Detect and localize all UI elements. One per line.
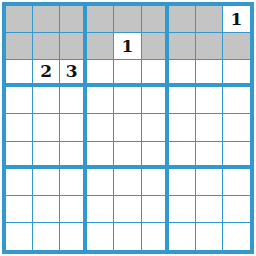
- cell-r2c6[interactable]: [142, 33, 169, 60]
- given-digit: 3: [66, 63, 78, 80]
- cell-r9c5[interactable]: [114, 223, 141, 250]
- cell-r7c4[interactable]: [87, 169, 114, 196]
- cell-r7c6[interactable]: [142, 169, 169, 196]
- cell-r7c8[interactable]: [196, 169, 223, 196]
- cell-r6c6[interactable]: [142, 142, 169, 169]
- cell-r9c1[interactable]: [6, 223, 33, 250]
- cell-r2c3[interactable]: [60, 33, 87, 60]
- cell-r3c1[interactable]: [6, 60, 33, 87]
- cell-r7c2[interactable]: [33, 169, 60, 196]
- cell-r7c5[interactable]: [114, 169, 141, 196]
- cell-r3c9[interactable]: [223, 60, 250, 87]
- cell-r6c7[interactable]: [169, 142, 196, 169]
- cell-r8c2[interactable]: [33, 196, 60, 223]
- cell-r6c5[interactable]: [114, 142, 141, 169]
- cell-r4c8[interactable]: [196, 87, 223, 114]
- cell-r3c4[interactable]: [87, 60, 114, 87]
- sudoku-board: 1123: [2, 2, 254, 254]
- cell-r9c2[interactable]: [33, 223, 60, 250]
- cell-r3c7[interactable]: [169, 60, 196, 87]
- cell-r2c8[interactable]: [196, 33, 223, 60]
- given-digit: 2: [40, 63, 52, 80]
- cell-r7c1[interactable]: [6, 169, 33, 196]
- cell-r5c1[interactable]: [6, 114, 33, 141]
- given-digit: 1: [122, 38, 134, 55]
- cell-r2c9[interactable]: [223, 33, 250, 60]
- cell-r5c6[interactable]: [142, 114, 169, 141]
- cell-r1c7[interactable]: [169, 6, 196, 33]
- cell-r5c5[interactable]: [114, 114, 141, 141]
- cell-r2c1[interactable]: [6, 33, 33, 60]
- cell-r5c9[interactable]: [223, 114, 250, 141]
- given-digit: 1: [231, 11, 243, 28]
- cell-r8c1[interactable]: [6, 196, 33, 223]
- cell-r8c6[interactable]: [142, 196, 169, 223]
- cell-r7c7[interactable]: [169, 169, 196, 196]
- cell-r5c4[interactable]: [87, 114, 114, 141]
- cell-r4c4[interactable]: [87, 87, 114, 114]
- cell-r1c1[interactable]: [6, 6, 33, 33]
- cell-r9c3[interactable]: [60, 223, 87, 250]
- cell-r8c8[interactable]: [196, 196, 223, 223]
- cell-r8c5[interactable]: [114, 196, 141, 223]
- cell-r9c8[interactable]: [196, 223, 223, 250]
- cell-r3c8[interactable]: [196, 60, 223, 87]
- cell-r3c3[interactable]: 3: [60, 60, 87, 87]
- cell-r7c9[interactable]: [223, 169, 250, 196]
- cell-r1c6[interactable]: [142, 6, 169, 33]
- cell-r1c3[interactable]: [60, 6, 87, 33]
- cell-r2c5[interactable]: 1: [114, 33, 141, 60]
- cell-r6c2[interactable]: [33, 142, 60, 169]
- cell-r6c9[interactable]: [223, 142, 250, 169]
- cell-r8c3[interactable]: [60, 196, 87, 223]
- cell-r8c9[interactable]: [223, 196, 250, 223]
- cell-r2c2[interactable]: [33, 33, 60, 60]
- cell-r1c5[interactable]: [114, 6, 141, 33]
- cell-r6c8[interactable]: [196, 142, 223, 169]
- cell-r9c6[interactable]: [142, 223, 169, 250]
- cell-r5c2[interactable]: [33, 114, 60, 141]
- cell-r8c4[interactable]: [87, 196, 114, 223]
- cell-r7c3[interactable]: [60, 169, 87, 196]
- cell-r9c9[interactable]: [223, 223, 250, 250]
- cell-r1c9[interactable]: 1: [223, 6, 250, 33]
- cell-r4c9[interactable]: [223, 87, 250, 114]
- cell-r4c6[interactable]: [142, 87, 169, 114]
- cell-r6c3[interactable]: [60, 142, 87, 169]
- cell-r4c5[interactable]: [114, 87, 141, 114]
- cell-r2c7[interactable]: [169, 33, 196, 60]
- cell-r3c2[interactable]: 2: [33, 60, 60, 87]
- cell-r4c1[interactable]: [6, 87, 33, 114]
- cell-r3c6[interactable]: [142, 60, 169, 87]
- cell-r5c3[interactable]: [60, 114, 87, 141]
- cell-r9c4[interactable]: [87, 223, 114, 250]
- cell-r3c5[interactable]: [114, 60, 141, 87]
- cell-r6c1[interactable]: [6, 142, 33, 169]
- cell-r5c8[interactable]: [196, 114, 223, 141]
- cell-r1c2[interactable]: [33, 6, 60, 33]
- cell-r2c4[interactable]: [87, 33, 114, 60]
- cell-r4c3[interactable]: [60, 87, 87, 114]
- cell-r1c4[interactable]: [87, 6, 114, 33]
- cell-r1c8[interactable]: [196, 6, 223, 33]
- cell-r4c2[interactable]: [33, 87, 60, 114]
- cell-r4c7[interactable]: [169, 87, 196, 114]
- cell-r9c7[interactable]: [169, 223, 196, 250]
- cell-r6c4[interactable]: [87, 142, 114, 169]
- cell-r8c7[interactable]: [169, 196, 196, 223]
- cell-r5c7[interactable]: [169, 114, 196, 141]
